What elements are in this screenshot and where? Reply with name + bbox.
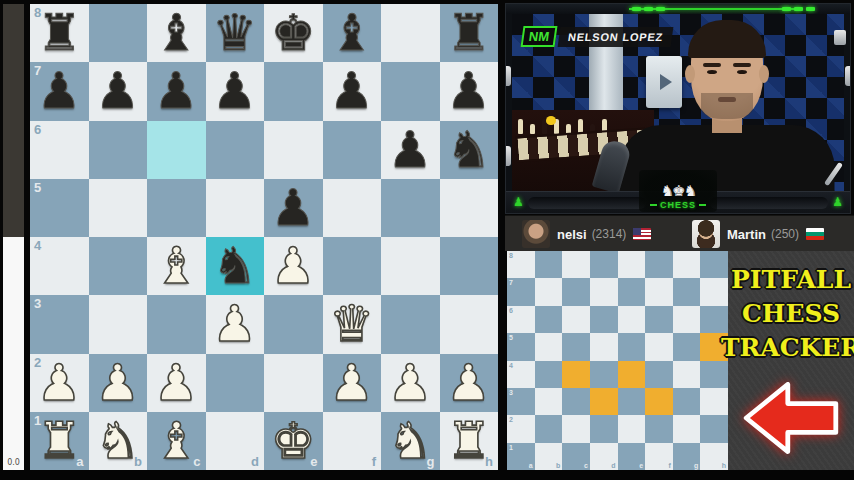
- file-label-d: d: [251, 455, 259, 468]
- square-h6[interactable]: ♞: [440, 121, 499, 179]
- square-b3: [535, 388, 563, 415]
- eyebrow: [703, 63, 721, 67]
- us-flag-icon: [633, 228, 651, 240]
- eye: [737, 70, 747, 74]
- rank-label-2: 2: [34, 356, 41, 369]
- ear: [759, 65, 769, 83]
- piece-white-queen[interactable]: ♛: [329, 299, 374, 349]
- green-piece-icon: ♟: [832, 195, 843, 209]
- square-b5: [535, 333, 563, 360]
- square-a8: 8: [507, 251, 535, 278]
- square-f4[interactable]: [323, 237, 382, 295]
- webcam-panel: NM NELSON LOPEZ ♟ ♟ ♞♚♞ CHESS: [505, 3, 851, 214]
- frame-decor: [506, 66, 511, 86]
- green-dash: [806, 7, 815, 11]
- file-label-h: h: [722, 462, 726, 469]
- green-dash: [782, 7, 791, 11]
- square-d5[interactable]: [206, 179, 265, 237]
- square-c4[interactable]: ♝: [147, 237, 206, 295]
- square-b6: [535, 306, 563, 333]
- square-f8: [645, 251, 673, 278]
- square-b4[interactable]: [89, 237, 148, 295]
- square-h7[interactable]: ♟: [440, 62, 499, 120]
- square-h8: [700, 251, 728, 278]
- square-b4: [535, 361, 563, 388]
- rank-label-6: 6: [509, 307, 513, 314]
- streamer-name-label: NELSON LOPEZ: [558, 27, 674, 47]
- piece-black-queen[interactable]: ♛: [212, 8, 257, 58]
- piece-white-pawn[interactable]: ♟: [271, 241, 316, 291]
- file-label-e: e: [310, 455, 317, 468]
- piece-white-pawn[interactable]: ♟: [388, 358, 433, 408]
- square-d4[interactable]: ♞: [206, 237, 265, 295]
- square-b7: [535, 278, 563, 305]
- square-a2[interactable]: 2♟: [30, 354, 89, 412]
- promo-line-2: CHESS: [742, 297, 840, 331]
- chess-channel-logo: ♞♚♞ CHESS: [639, 170, 717, 212]
- square-a4[interactable]: 4: [30, 237, 89, 295]
- square-d8: [590, 251, 618, 278]
- piece-white-pawn[interactable]: ♟: [212, 299, 257, 349]
- square-c6[interactable]: [147, 121, 206, 179]
- square-a7: 7: [507, 278, 535, 305]
- square-b6[interactable]: [89, 121, 148, 179]
- player-white: nelsi (2314): [522, 216, 651, 252]
- square-c4: [562, 361, 590, 388]
- square-e6[interactable]: [264, 121, 323, 179]
- piece-black-bishop[interactable]: ♝: [154, 8, 199, 58]
- piece-black-pawn[interactable]: ♟: [388, 125, 433, 175]
- piece-white-pawn[interactable]: ♟: [329, 358, 374, 408]
- square-g3[interactable]: [381, 295, 440, 353]
- webcam-top-bar: [506, 4, 850, 14]
- square-f8[interactable]: ♝: [323, 4, 382, 62]
- piece-black-bishop[interactable]: ♝: [329, 8, 374, 58]
- player-black-name: Martin: [727, 227, 766, 242]
- green-dash-indicators: [632, 7, 665, 11]
- square-a5[interactable]: 5: [30, 179, 89, 237]
- green-dash: [644, 7, 653, 11]
- square-g2[interactable]: ♟: [381, 354, 440, 412]
- player-black: Martin (250): [692, 216, 824, 252]
- square-d6: [590, 306, 618, 333]
- square-h4[interactable]: [440, 237, 499, 295]
- square-g1[interactable]: g♞: [381, 412, 440, 470]
- webcam-video: NM NELSON LOPEZ: [512, 14, 844, 191]
- frame-decor: [506, 146, 511, 166]
- rank-label-5: 5: [509, 334, 513, 341]
- piece-black-pawn[interactable]: ♟: [329, 66, 374, 116]
- square-a2: 2: [507, 415, 535, 442]
- rank-label-8: 8: [509, 252, 513, 259]
- square-d7[interactable]: ♟: [206, 62, 265, 120]
- square-c7: [562, 278, 590, 305]
- pitfall-tracker-board: 87654321abcdefgh: [507, 251, 728, 470]
- green-piece-icon: ♟: [513, 195, 524, 209]
- green-dash-indicators: [782, 7, 815, 11]
- square-c3: [562, 388, 590, 415]
- square-h2: [700, 415, 728, 442]
- square-h3[interactable]: [440, 295, 499, 353]
- piece-white-bishop[interactable]: ♝: [154, 416, 199, 466]
- square-h1: h: [700, 443, 728, 470]
- avatar-martin: [692, 220, 720, 248]
- square-c1[interactable]: c♝: [147, 412, 206, 470]
- rank-label-8: 8: [34, 6, 41, 19]
- square-f2: [645, 415, 673, 442]
- square-d5: [590, 333, 618, 360]
- streamer-hair: [688, 20, 766, 58]
- piece-white-bishop[interactable]: ♝: [154, 241, 199, 291]
- square-e2: [618, 415, 646, 442]
- square-h2[interactable]: ♟: [440, 354, 499, 412]
- logo-dash: [699, 204, 706, 206]
- promo-line-1: PITFALL: [731, 263, 851, 297]
- square-g5: [673, 333, 701, 360]
- square-g2: [673, 415, 701, 442]
- chess-piece-mini: [518, 119, 523, 134]
- bottom-bar-pill: [710, 197, 828, 209]
- square-e1[interactable]: e♚: [264, 412, 323, 470]
- square-g6[interactable]: ♟: [381, 121, 440, 179]
- rank-label-1: 1: [509, 444, 513, 451]
- square-a4: 4: [507, 361, 535, 388]
- rank-label-4: 4: [34, 239, 41, 252]
- file-label-b: b: [556, 462, 560, 469]
- square-c6: [562, 306, 590, 333]
- logo-dash: [650, 204, 657, 206]
- piece-white-rook[interactable]: ♜: [37, 416, 82, 466]
- square-f5: [645, 333, 673, 360]
- player-black-rating: (250): [771, 227, 799, 241]
- frame-decor: [834, 30, 846, 45]
- piece-white-pawn[interactable]: ♟: [446, 358, 491, 408]
- piece-black-pawn[interactable]: ♟: [37, 66, 82, 116]
- square-e7[interactable]: [264, 62, 323, 120]
- square-f5[interactable]: [323, 179, 382, 237]
- stage: 0.0 8♜♝♛♚♝♜7♟♟♟♟♟♟6♟♞5♟4♝♞♟3♟♛2♟♟♟♟♟♟1a♜…: [0, 0, 854, 480]
- player-white-rating: (2314): [592, 227, 627, 241]
- square-f2[interactable]: ♟: [323, 354, 382, 412]
- file-label-c: c: [193, 455, 200, 468]
- square-g6: [673, 306, 701, 333]
- square-b2: [535, 415, 563, 442]
- square-c5: [562, 333, 590, 360]
- square-a7[interactable]: 7♟: [30, 62, 89, 120]
- piece-white-pawn[interactable]: ♟: [95, 358, 140, 408]
- avatar-nelsi: [522, 220, 550, 248]
- square-g5[interactable]: [381, 179, 440, 237]
- square-a1[interactable]: 1a♜: [30, 412, 89, 470]
- square-b2[interactable]: ♟: [89, 354, 148, 412]
- square-b3[interactable]: [89, 295, 148, 353]
- evaluation-bar-white-portion: [3, 237, 24, 470]
- square-a3: 3: [507, 388, 535, 415]
- file-label-a: a: [529, 462, 533, 469]
- file-label-b: b: [134, 455, 142, 468]
- square-f6[interactable]: [323, 121, 382, 179]
- square-f4: [645, 361, 673, 388]
- green-dash: [794, 7, 803, 11]
- square-e8[interactable]: ♚: [264, 4, 323, 62]
- rank-label-3: 3: [509, 389, 513, 396]
- file-label-a: a: [76, 455, 83, 468]
- bottom-bar-pill: [528, 197, 646, 209]
- square-a3[interactable]: 3: [30, 295, 89, 353]
- square-a6[interactable]: 6: [30, 121, 89, 179]
- square-d8[interactable]: ♛: [206, 4, 265, 62]
- rubber-duck: [546, 116, 556, 125]
- piece-black-pawn[interactable]: ♟: [212, 66, 257, 116]
- square-b1[interactable]: b♞: [89, 412, 148, 470]
- nm-title-badge: NM: [521, 26, 558, 47]
- piece-black-knight[interactable]: ♞: [212, 241, 257, 291]
- square-e3: [618, 388, 646, 415]
- square-e2[interactable]: [264, 354, 323, 412]
- square-c2: [562, 415, 590, 442]
- square-e5: [618, 333, 646, 360]
- square-d3[interactable]: ♟: [206, 295, 265, 353]
- green-dash: [632, 7, 641, 11]
- square-d2: [590, 415, 618, 442]
- promo-line-3: TRACKER: [721, 331, 854, 365]
- eyebrow: [733, 63, 751, 67]
- square-e3[interactable]: [264, 295, 323, 353]
- square-f3[interactable]: ♛: [323, 295, 382, 353]
- piece-black-pawn[interactable]: ♟: [271, 183, 316, 233]
- square-e5[interactable]: ♟: [264, 179, 323, 237]
- square-a1: 1a: [507, 443, 535, 470]
- piece-black-pawn[interactable]: ♟: [446, 66, 491, 116]
- square-f7: [645, 278, 673, 305]
- square-g8: [673, 251, 701, 278]
- rank-label-2: 2: [509, 416, 513, 423]
- square-h8[interactable]: ♜: [440, 4, 499, 62]
- evaluation-bar: 0.0: [3, 4, 24, 470]
- square-c1: c: [562, 443, 590, 470]
- file-label-d: d: [611, 462, 615, 469]
- square-d1[interactable]: d: [206, 412, 265, 470]
- square-c8: [562, 251, 590, 278]
- square-d6[interactable]: [206, 121, 265, 179]
- file-label-c: c: [584, 462, 588, 469]
- square-b8[interactable]: [89, 4, 148, 62]
- piece-black-knight[interactable]: ♞: [446, 125, 491, 175]
- square-e7: [618, 278, 646, 305]
- square-h5[interactable]: [440, 179, 499, 237]
- square-e1: e: [618, 443, 646, 470]
- square-c3[interactable]: [147, 295, 206, 353]
- square-g3: [673, 388, 701, 415]
- square-f6: [645, 306, 673, 333]
- frame-decor: [845, 66, 850, 86]
- piece-white-pawn[interactable]: ♟: [37, 358, 82, 408]
- rank-label-1: 1: [34, 414, 41, 427]
- square-d4: [590, 361, 618, 388]
- square-g4[interactable]: [381, 237, 440, 295]
- square-d2[interactable]: [206, 354, 265, 412]
- promo-panel: PITFALL CHESS TRACKER: [728, 251, 854, 470]
- chess-piece-mini: [530, 124, 535, 134]
- rank-label-7: 7: [509, 279, 513, 286]
- file-label-g: g: [694, 462, 698, 469]
- square-e6: [618, 306, 646, 333]
- square-c5[interactable]: [147, 179, 206, 237]
- square-g7: [673, 278, 701, 305]
- square-b1: b: [535, 443, 563, 470]
- square-b5[interactable]: [89, 179, 148, 237]
- rank-label-5: 5: [34, 181, 41, 194]
- streamer-name-badge: NM NELSON LOPEZ: [522, 26, 672, 47]
- evaluation-value: 0.0: [3, 458, 24, 467]
- square-c7[interactable]: ♟: [147, 62, 206, 120]
- square-g4: [673, 361, 701, 388]
- square-b7[interactable]: ♟: [89, 62, 148, 120]
- square-c8[interactable]: ♝: [147, 4, 206, 62]
- red-arrow-left-icon: [743, 379, 839, 461]
- rank-label-6: 6: [34, 123, 41, 136]
- square-c2[interactable]: ♟: [147, 354, 206, 412]
- square-g8[interactable]: [381, 4, 440, 62]
- ear: [685, 65, 695, 83]
- bottom-gutter: [0, 470, 854, 480]
- piece-black-pawn[interactable]: ♟: [95, 66, 140, 116]
- player-bar: nelsi (2314) Martin (250): [505, 215, 854, 251]
- square-f1: f: [645, 443, 673, 470]
- file-label-f: f: [668, 462, 670, 469]
- piece-white-pawn[interactable]: ♟: [154, 358, 199, 408]
- file-label-g: g: [427, 455, 435, 468]
- rank-label-3: 3: [34, 297, 41, 310]
- rank-label-4: 4: [509, 362, 513, 369]
- piece-black-pawn[interactable]: ♟: [154, 66, 199, 116]
- logo-knights-king-icon: ♞♚♞: [661, 184, 695, 199]
- main-chess-board[interactable]: 8♜♝♛♚♝♜7♟♟♟♟♟♟6♟♞5♟4♝♞♟3♟♛2♟♟♟♟♟♟1a♜b♞c♝…: [30, 4, 498, 470]
- square-g7[interactable]: [381, 62, 440, 120]
- file-label-h: h: [485, 455, 493, 468]
- square-f3: [645, 388, 673, 415]
- square-g1: g: [673, 443, 701, 470]
- square-b8: [535, 251, 563, 278]
- rank-label-7: 7: [34, 64, 41, 77]
- piece-black-rook[interactable]: ♜: [37, 8, 82, 58]
- bulgaria-flag-icon: [806, 228, 824, 240]
- square-h1[interactable]: h♜: [440, 412, 499, 470]
- square-e8: [618, 251, 646, 278]
- stubble: [701, 93, 753, 119]
- piece-black-rook[interactable]: ♜: [446, 8, 491, 58]
- square-e4[interactable]: ♟: [264, 237, 323, 295]
- square-d1: d: [590, 443, 618, 470]
- player-white-name: nelsi: [557, 227, 587, 242]
- piece-black-king[interactable]: ♚: [271, 8, 316, 58]
- green-dash: [656, 7, 665, 11]
- square-h7: [700, 278, 728, 305]
- square-a5: 5: [507, 333, 535, 360]
- square-f1[interactable]: f: [323, 412, 382, 470]
- square-a6: 6: [507, 306, 535, 333]
- file-label-e: e: [639, 462, 643, 469]
- logo-text: CHESS: [660, 200, 696, 210]
- square-d7: [590, 278, 618, 305]
- square-d3: [590, 388, 618, 415]
- square-a8[interactable]: 8♜: [30, 4, 89, 62]
- streamer-head: [691, 23, 763, 121]
- eye: [707, 70, 717, 74]
- piece-white-king[interactable]: ♚: [271, 416, 316, 466]
- file-label-f: f: [372, 455, 376, 468]
- square-f7[interactable]: ♟: [323, 62, 382, 120]
- square-e4: [618, 361, 646, 388]
- square-h6: [700, 306, 728, 333]
- square-h3: [700, 388, 728, 415]
